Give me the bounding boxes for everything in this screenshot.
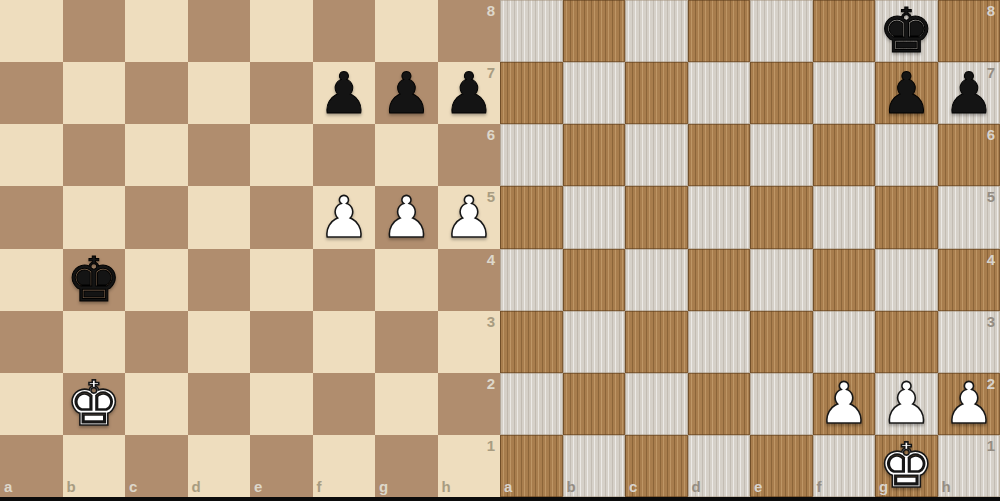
square-h6[interactable]	[938, 124, 1000, 186]
square-f2[interactable]: ♟	[813, 373, 876, 435]
dual-chess-diagram: ♟♟♟♟♟♟♚♚87654321abcdefgh ♚♟♟♟♟♟♚87654321…	[0, 0, 1000, 501]
white-pawn-piece[interactable]: ♟	[943, 375, 994, 432]
square-a3[interactable]	[0, 311, 63, 373]
white-king-piece[interactable]: ♚	[66, 373, 122, 435]
square-g5[interactable]: ♟	[375, 186, 438, 248]
square-g7[interactable]: ♟	[875, 62, 938, 124]
white-king-piece[interactable]: ♚	[878, 435, 934, 497]
square-e3[interactable]	[750, 311, 813, 373]
right-board: ♚♟♟♟♟♟♚87654321abcdefgh	[500, 0, 1000, 497]
square-a5[interactable]	[0, 186, 63, 248]
square-b7[interactable]	[563, 62, 626, 124]
square-d2[interactable]	[688, 373, 751, 435]
square-e8[interactable]	[750, 0, 813, 62]
square-e2[interactable]	[750, 373, 813, 435]
square-b5[interactable]	[63, 186, 126, 248]
square-c1[interactable]	[125, 435, 188, 497]
square-g1[interactable]: ♚	[875, 435, 938, 497]
square-c3[interactable]	[625, 311, 688, 373]
square-c8[interactable]	[625, 0, 688, 62]
square-f6[interactable]	[313, 124, 376, 186]
square-h2[interactable]: ♟	[938, 373, 1000, 435]
black-pawn-piece[interactable]: ♟	[381, 65, 432, 122]
square-a1[interactable]	[500, 435, 563, 497]
square-h5[interactable]: ♟	[438, 186, 501, 248]
square-h4[interactable]	[438, 249, 501, 311]
square-f5[interactable]	[813, 186, 876, 248]
square-d6[interactable]	[188, 124, 251, 186]
white-pawn-piece[interactable]: ♟	[818, 375, 869, 432]
black-king-piece[interactable]: ♚	[878, 0, 934, 62]
square-f4[interactable]	[313, 249, 376, 311]
square-f4[interactable]	[813, 249, 876, 311]
square-b3[interactable]	[563, 311, 626, 373]
square-h8[interactable]	[938, 0, 1000, 62]
square-d6[interactable]	[688, 124, 751, 186]
square-e6[interactable]	[250, 124, 313, 186]
black-pawn-piece[interactable]: ♟	[943, 65, 994, 122]
square-h7[interactable]: ♟	[938, 62, 1000, 124]
square-g8[interactable]	[375, 0, 438, 62]
black-pawn-piece[interactable]: ♟	[881, 65, 932, 122]
square-a8[interactable]	[500, 0, 563, 62]
black-king-piece[interactable]: ♚	[66, 249, 122, 311]
square-c4[interactable]	[125, 249, 188, 311]
square-a4[interactable]	[0, 249, 63, 311]
square-a8[interactable]	[0, 0, 63, 62]
square-b1[interactable]	[563, 435, 626, 497]
square-b4[interactable]: ♚	[63, 249, 126, 311]
square-b5[interactable]	[563, 186, 626, 248]
square-g4[interactable]	[875, 249, 938, 311]
square-f6[interactable]	[813, 124, 876, 186]
square-e1[interactable]	[250, 435, 313, 497]
square-g6[interactable]	[875, 124, 938, 186]
square-d8[interactable]	[188, 0, 251, 62]
square-c1[interactable]	[625, 435, 688, 497]
square-d1[interactable]	[188, 435, 251, 497]
square-h3[interactable]	[438, 311, 501, 373]
square-a2[interactable]	[500, 373, 563, 435]
square-d1[interactable]	[688, 435, 751, 497]
square-e7[interactable]	[750, 62, 813, 124]
square-d7[interactable]	[188, 62, 251, 124]
square-h1[interactable]	[438, 435, 501, 497]
square-h2[interactable]	[438, 373, 501, 435]
left-board: ♟♟♟♟♟♟♚♚87654321abcdefgh	[0, 0, 500, 497]
square-a7[interactable]	[500, 62, 563, 124]
square-h4[interactable]	[938, 249, 1000, 311]
square-g8[interactable]: ♚	[875, 0, 938, 62]
square-h1[interactable]	[938, 435, 1000, 497]
square-e8[interactable]	[250, 0, 313, 62]
square-f2[interactable]	[313, 373, 376, 435]
square-g6[interactable]	[375, 124, 438, 186]
square-c6[interactable]	[125, 124, 188, 186]
square-g3[interactable]	[875, 311, 938, 373]
white-pawn-piece[interactable]: ♟	[381, 189, 432, 246]
white-pawn-piece[interactable]: ♟	[881, 375, 932, 432]
square-h7[interactable]: ♟	[438, 62, 501, 124]
square-c3[interactable]	[125, 311, 188, 373]
square-c7[interactable]	[125, 62, 188, 124]
square-a4[interactable]	[500, 249, 563, 311]
square-a2[interactable]	[0, 373, 63, 435]
square-c5[interactable]	[125, 186, 188, 248]
square-g5[interactable]	[875, 186, 938, 248]
square-e3[interactable]	[250, 311, 313, 373]
square-f5[interactable]: ♟	[313, 186, 376, 248]
square-g4[interactable]	[375, 249, 438, 311]
square-a6[interactable]	[500, 124, 563, 186]
square-b2[interactable]: ♚	[63, 373, 126, 435]
square-d4[interactable]	[188, 249, 251, 311]
square-e4[interactable]	[250, 249, 313, 311]
square-d5[interactable]	[188, 186, 251, 248]
square-e2[interactable]	[250, 373, 313, 435]
square-b4[interactable]	[563, 249, 626, 311]
square-h6[interactable]	[438, 124, 501, 186]
square-g1[interactable]	[375, 435, 438, 497]
square-c2[interactable]	[625, 373, 688, 435]
square-f7[interactable]	[813, 62, 876, 124]
square-d7[interactable]	[688, 62, 751, 124]
square-f8[interactable]	[813, 0, 876, 62]
white-pawn-piece[interactable]: ♟	[318, 189, 369, 246]
square-b2[interactable]	[563, 373, 626, 435]
square-g2[interactable]	[375, 373, 438, 435]
square-f8[interactable]	[313, 0, 376, 62]
square-f1[interactable]	[313, 435, 376, 497]
square-g3[interactable]	[375, 311, 438, 373]
square-g2[interactable]: ♟	[875, 373, 938, 435]
square-b6[interactable]	[563, 124, 626, 186]
square-a5[interactable]	[500, 186, 563, 248]
square-h5[interactable]	[938, 186, 1000, 248]
square-f1[interactable]	[813, 435, 876, 497]
square-b8[interactable]	[63, 0, 126, 62]
square-a6[interactable]	[0, 124, 63, 186]
square-g7[interactable]: ♟	[375, 62, 438, 124]
square-b1[interactable]	[63, 435, 126, 497]
square-e6[interactable]	[750, 124, 813, 186]
square-d4[interactable]	[688, 249, 751, 311]
black-pawn-piece[interactable]: ♟	[318, 65, 369, 122]
square-c8[interactable]	[125, 0, 188, 62]
square-f3[interactable]	[313, 311, 376, 373]
square-a1[interactable]	[0, 435, 63, 497]
black-pawn-piece[interactable]: ♟	[443, 65, 494, 122]
square-b3[interactable]	[63, 311, 126, 373]
bottom-letterbox-bar	[0, 497, 1000, 501]
square-c6[interactable]	[625, 124, 688, 186]
square-e4[interactable]	[750, 249, 813, 311]
square-b6[interactable]	[63, 124, 126, 186]
square-e1[interactable]	[750, 435, 813, 497]
square-b7[interactable]	[63, 62, 126, 124]
square-h8[interactable]	[438, 0, 501, 62]
square-d5[interactable]	[688, 186, 751, 248]
square-e7[interactable]	[250, 62, 313, 124]
square-e5[interactable]	[250, 186, 313, 248]
square-a7[interactable]	[0, 62, 63, 124]
square-b8[interactable]	[563, 0, 626, 62]
square-d2[interactable]	[188, 373, 251, 435]
square-d3[interactable]	[688, 311, 751, 373]
square-c7[interactable]	[625, 62, 688, 124]
square-h3[interactable]	[938, 311, 1000, 373]
white-pawn-piece[interactable]: ♟	[443, 189, 494, 246]
square-c2[interactable]	[125, 373, 188, 435]
square-a3[interactable]	[500, 311, 563, 373]
square-d8[interactable]	[688, 0, 751, 62]
square-f7[interactable]: ♟	[313, 62, 376, 124]
square-c4[interactable]	[625, 249, 688, 311]
square-c5[interactable]	[625, 186, 688, 248]
square-e5[interactable]	[750, 186, 813, 248]
square-f3[interactable]	[813, 311, 876, 373]
square-d3[interactable]	[188, 311, 251, 373]
